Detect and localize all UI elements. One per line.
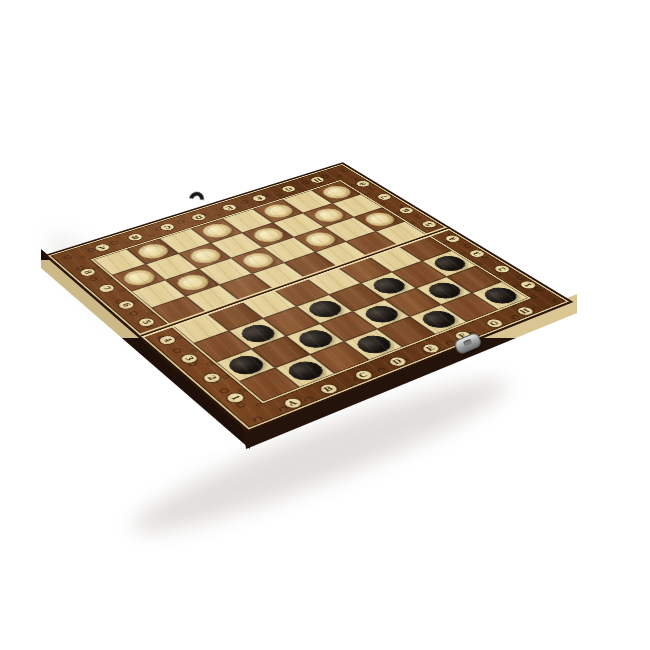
rank-label-left-7: 7	[95, 282, 117, 293]
file-label-bottom-b: B	[316, 382, 341, 396]
rank-label-left-5: 5	[135, 316, 158, 328]
product-photo-scene: AA11BB22CC33DD44EE55FF66GG77HH88	[0, 0, 650, 650]
rank-label-left-8: 8	[77, 267, 99, 278]
rank-label-right-2: 2	[491, 263, 513, 274]
file-label-top-b: B	[124, 232, 145, 242]
rank-label-left-2: 2	[199, 371, 223, 385]
file-label-bottom-e: E	[418, 342, 442, 355]
file-label-bottom-a: A	[280, 396, 305, 410]
game-board: AA11BB22CC33DD44EE55FF66GG77HH88	[44, 162, 574, 432]
file-label-top-h: H	[307, 176, 327, 185]
file-label-bottom-g: G	[482, 317, 506, 329]
file-label-top-f: F	[249, 194, 269, 203]
board-3d-wrapper: AA11BB22CC33DD44EE55FF66GG77HH88	[44, 162, 574, 432]
file-label-bottom-c: C	[351, 369, 376, 383]
rank-label-right-6: 6	[396, 205, 417, 215]
rank-label-right-5: 5	[418, 219, 439, 229]
file-label-top-c: C	[157, 222, 178, 232]
rank-label-left-4: 4	[155, 334, 178, 347]
rank-label-left-6: 6	[115, 299, 138, 311]
file-label-top-d: D	[188, 213, 209, 223]
rank-label-right-1: 1	[516, 279, 539, 290]
rank-label-right-4: 4	[442, 233, 464, 243]
rank-label-right-3: 3	[466, 248, 488, 259]
file-label-bottom-h: H	[513, 305, 537, 317]
rank-label-left-1: 1	[223, 391, 248, 405]
file-label-top-a: A	[91, 243, 112, 253]
file-label-bottom-d: D	[385, 355, 410, 368]
rank-label-left-3: 3	[177, 352, 201, 365]
rank-label-right-8: 8	[353, 179, 373, 188]
file-label-top-g: G	[278, 185, 298, 194]
rank-label-right-7: 7	[374, 192, 394, 201]
file-label-top-e: E	[219, 203, 239, 213]
